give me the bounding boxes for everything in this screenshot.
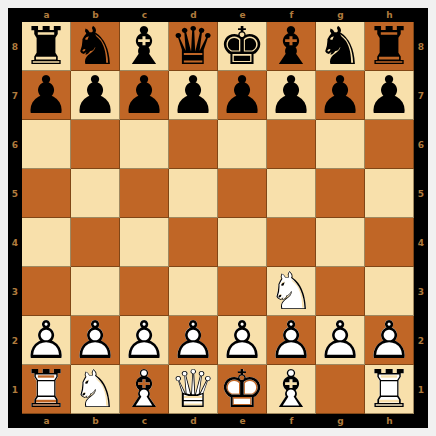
square-f6[interactable]	[267, 120, 316, 169]
square-g8[interactable]: ♞	[316, 22, 365, 71]
square-f8[interactable]: ♝	[267, 22, 316, 71]
square-h1[interactable]: ♜♖	[365, 365, 414, 414]
square-b2[interactable]: ♟♙	[71, 316, 120, 365]
piece-black-bishop[interactable]: ♝	[120, 22, 168, 70]
piece-glyph-outline: ♙	[365, 316, 413, 364]
piece-white-pawn[interactable]: ♟♙	[365, 316, 413, 364]
square-g2[interactable]: ♟♙	[316, 316, 365, 365]
piece-white-queen[interactable]: ♛♕	[169, 365, 217, 413]
square-a8[interactable]: ♜	[22, 22, 71, 71]
piece-white-king[interactable]: ♚♔	[218, 365, 266, 413]
piece-glyph-outline: ♙	[267, 316, 315, 364]
piece-black-pawn[interactable]: ♟	[22, 71, 70, 119]
square-a2[interactable]: ♟♙	[22, 316, 71, 365]
piece-glyph-fill: ♝	[267, 22, 315, 70]
piece-black-pawn[interactable]: ♟	[71, 71, 119, 119]
piece-glyph-outline: ♖	[22, 365, 70, 413]
piece-white-pawn[interactable]: ♟♙	[120, 316, 168, 364]
piece-glyph-outline: ♙	[169, 316, 217, 364]
piece-glyph-fill: ♜	[365, 22, 413, 70]
piece-white-rook[interactable]: ♜♖	[365, 365, 413, 413]
piece-black-pawn[interactable]: ♟	[169, 71, 217, 119]
rank-label-7: 7	[8, 71, 22, 120]
piece-black-queen[interactable]: ♛	[169, 22, 217, 70]
rank-label-1: 1	[8, 365, 22, 414]
piece-black-pawn[interactable]: ♟	[267, 71, 315, 119]
square-c3[interactable]	[120, 267, 169, 316]
piece-white-knight[interactable]: ♞♘	[267, 267, 315, 315]
piece-glyph-outline: ♙	[71, 316, 119, 364]
piece-glyph-outline: ♙	[316, 316, 364, 364]
piece-glyph-fill: ♚	[218, 22, 266, 70]
square-f7[interactable]: ♟	[267, 71, 316, 120]
piece-glyph-fill: ♟	[218, 71, 266, 119]
piece-white-rook[interactable]: ♜♖	[22, 365, 70, 413]
rank-label-7: 7	[414, 71, 428, 120]
rank-label-6: 6	[8, 120, 22, 169]
piece-white-pawn[interactable]: ♟♙	[218, 316, 266, 364]
square-g7[interactable]: ♟	[316, 71, 365, 120]
square-c5[interactable]	[120, 169, 169, 218]
square-c6[interactable]	[120, 120, 169, 169]
piece-glyph-outline: ♖	[365, 365, 413, 413]
square-d4[interactable]	[169, 218, 218, 267]
chess-board: ♜♞♝♛♚♝♞♜♟♟♟♟♟♟♟♟♞♘♟♙♟♙♟♙♟♙♟♙♟♙♟♙♟♙♜♖♞♘♝♗…	[22, 22, 414, 414]
square-b1[interactable]: ♞♘	[71, 365, 120, 414]
square-d8[interactable]: ♛	[169, 22, 218, 71]
rank-label-4: 4	[8, 218, 22, 267]
square-h3[interactable]	[365, 267, 414, 316]
piece-black-bishop[interactable]: ♝	[267, 22, 315, 70]
square-a5[interactable]	[22, 169, 71, 218]
piece-glyph-fill: ♛	[169, 22, 217, 70]
square-c7[interactable]: ♟	[120, 71, 169, 120]
square-d5[interactable]	[169, 169, 218, 218]
square-b6[interactable]	[71, 120, 120, 169]
board-frame: abcdefgh abcdefgh 87654321 87654321 ♜♞♝♛…	[8, 8, 428, 428]
piece-white-bishop[interactable]: ♝♗	[267, 365, 315, 413]
square-c1[interactable]: ♝♗	[120, 365, 169, 414]
piece-glyph-outline: ♙	[218, 316, 266, 364]
rank-labels-left: 87654321	[8, 22, 22, 414]
square-h6[interactable]	[365, 120, 414, 169]
rank-label-6: 6	[414, 120, 428, 169]
piece-glyph-outline: ♔	[218, 365, 266, 413]
square-a3[interactable]	[22, 267, 71, 316]
square-g4[interactable]	[316, 218, 365, 267]
square-a4[interactable]	[22, 218, 71, 267]
page: abcdefgh abcdefgh 87654321 87654321 ♜♞♝♛…	[0, 0, 436, 436]
square-f1[interactable]: ♝♗	[267, 365, 316, 414]
square-h2[interactable]: ♟♙	[365, 316, 414, 365]
piece-glyph-outline: ♘	[267, 267, 315, 315]
rank-label-4: 4	[414, 218, 428, 267]
piece-black-king[interactable]: ♚	[218, 22, 266, 70]
piece-black-knight[interactable]: ♞	[316, 22, 364, 70]
square-f4[interactable]	[267, 218, 316, 267]
piece-glyph-fill: ♟	[71, 71, 119, 119]
piece-glyph-outline: ♗	[120, 365, 168, 413]
square-a1[interactable]: ♜♖	[22, 365, 71, 414]
piece-glyph-outline: ♘	[71, 365, 119, 413]
square-b7[interactable]: ♟	[71, 71, 120, 120]
piece-glyph-fill: ♝	[120, 22, 168, 70]
square-b8[interactable]: ♞	[71, 22, 120, 71]
piece-glyph-fill: ♟	[365, 71, 413, 119]
rank-label-2: 2	[414, 316, 428, 365]
rank-label-5: 5	[8, 169, 22, 218]
square-f5[interactable]	[267, 169, 316, 218]
square-d3[interactable]	[169, 267, 218, 316]
rank-label-2: 2	[8, 316, 22, 365]
square-c2[interactable]: ♟♙	[120, 316, 169, 365]
square-g1[interactable]	[316, 365, 365, 414]
square-a7[interactable]: ♟	[22, 71, 71, 120]
square-d1[interactable]: ♛♕	[169, 365, 218, 414]
square-d2[interactable]: ♟♙	[169, 316, 218, 365]
piece-white-pawn[interactable]: ♟♙	[22, 316, 70, 364]
square-g3[interactable]	[316, 267, 365, 316]
square-d7[interactable]: ♟	[169, 71, 218, 120]
piece-glyph-outline: ♕	[169, 365, 217, 413]
piece-black-rook[interactable]: ♜	[22, 22, 70, 70]
piece-glyph-outline: ♗	[267, 365, 315, 413]
piece-black-pawn[interactable]: ♟	[316, 71, 364, 119]
piece-glyph-fill: ♜	[22, 22, 70, 70]
piece-black-pawn[interactable]: ♟	[365, 71, 413, 119]
piece-black-pawn[interactable]: ♟	[218, 71, 266, 119]
square-c8[interactable]: ♝	[120, 22, 169, 71]
square-d6[interactable]	[169, 120, 218, 169]
rank-label-5: 5	[414, 169, 428, 218]
rank-label-3: 3	[8, 267, 22, 316]
piece-black-pawn[interactable]: ♟	[120, 71, 168, 119]
square-e3[interactable]	[218, 267, 267, 316]
square-e1[interactable]: ♚♔	[218, 365, 267, 414]
piece-white-knight[interactable]: ♞♘	[71, 365, 119, 413]
square-e5[interactable]	[218, 169, 267, 218]
square-e4[interactable]	[218, 218, 267, 267]
piece-glyph-fill: ♞	[71, 22, 119, 70]
rank-labels-right: 87654321	[414, 22, 428, 414]
square-e6[interactable]	[218, 120, 267, 169]
square-b4[interactable]	[71, 218, 120, 267]
piece-black-knight[interactable]: ♞	[71, 22, 119, 70]
square-h8[interactable]: ♜	[365, 22, 414, 71]
square-b3[interactable]	[71, 267, 120, 316]
piece-glyph-fill: ♟	[120, 71, 168, 119]
piece-glyph-fill: ♟	[169, 71, 217, 119]
piece-glyph-fill: ♟	[316, 71, 364, 119]
square-h7[interactable]: ♟	[365, 71, 414, 120]
rank-label-8: 8	[8, 22, 22, 71]
square-e8[interactable]: ♚	[218, 22, 267, 71]
piece-glyph-fill: ♞	[316, 22, 364, 70]
square-h5[interactable]	[365, 169, 414, 218]
square-c4[interactable]	[120, 218, 169, 267]
piece-white-pawn[interactable]: ♟♙	[267, 316, 315, 364]
piece-white-pawn[interactable]: ♟♙	[71, 316, 119, 364]
square-g6[interactable]	[316, 120, 365, 169]
square-f3[interactable]: ♞♘	[267, 267, 316, 316]
rank-label-3: 3	[414, 267, 428, 316]
piece-white-pawn[interactable]: ♟♙	[316, 316, 364, 364]
piece-glyph-fill: ♟	[267, 71, 315, 119]
square-a6[interactable]	[22, 120, 71, 169]
square-g5[interactable]	[316, 169, 365, 218]
square-b5[interactable]	[71, 169, 120, 218]
square-e7[interactable]: ♟	[218, 71, 267, 120]
rank-label-1: 1	[414, 365, 428, 414]
piece-glyph-outline: ♙	[120, 316, 168, 364]
piece-white-pawn[interactable]: ♟♙	[169, 316, 217, 364]
square-h4[interactable]	[365, 218, 414, 267]
rank-label-8: 8	[414, 22, 428, 71]
file-label-g: g	[316, 414, 365, 428]
piece-glyph-outline: ♙	[22, 316, 70, 364]
square-f2[interactable]: ♟♙	[267, 316, 316, 365]
piece-black-rook[interactable]: ♜	[365, 22, 413, 70]
piece-glyph-fill: ♟	[22, 71, 70, 119]
piece-white-bishop[interactable]: ♝♗	[120, 365, 168, 413]
square-e2[interactable]: ♟♙	[218, 316, 267, 365]
